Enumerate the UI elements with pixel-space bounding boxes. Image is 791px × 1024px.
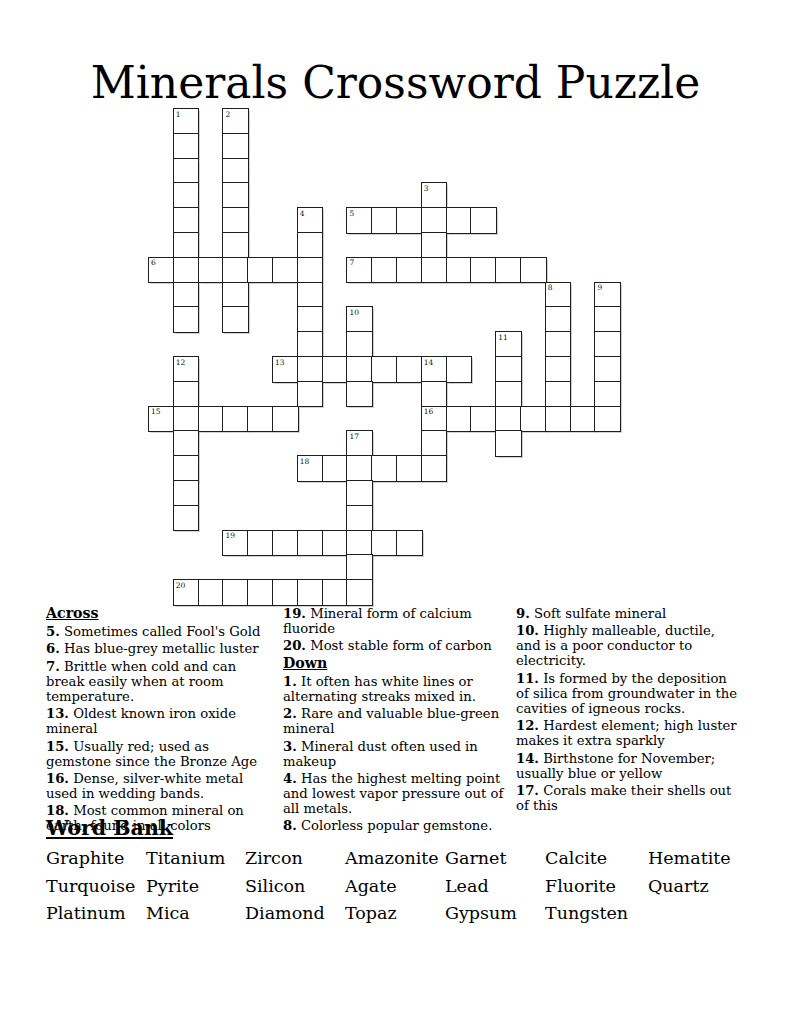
grid-cell[interactable] xyxy=(173,158,200,185)
word-bank-word: Diamond xyxy=(245,904,345,923)
grid-cell[interactable] xyxy=(545,406,572,433)
crossword-worksheet: { "page": { "title": "Minerals Crossword… xyxy=(0,0,791,1024)
crossword-grid: 1234567891011121314151617181920 xyxy=(148,108,622,607)
grid-cell[interactable] xyxy=(421,232,448,259)
down-clue-12: 12. Hardest element; high luster makes i… xyxy=(516,718,740,748)
clue-number-label: 12. xyxy=(516,718,539,733)
cell-number: 10 xyxy=(349,309,359,317)
clue-number-label: 6. xyxy=(46,641,60,656)
clue-number-label: 4. xyxy=(283,771,297,786)
word-bank-word: Turquoise xyxy=(46,877,146,896)
page-title: Minerals Crossword Puzzle xyxy=(0,57,791,108)
word-bank-word: Agate xyxy=(345,877,445,896)
across-clue-16: 16. Dense, silver-white metal used in we… xyxy=(46,771,274,801)
grid-cell[interactable] xyxy=(322,579,349,606)
grid-cell[interactable] xyxy=(346,505,373,532)
cell-number: 8 xyxy=(548,284,553,292)
word-bank-word: Gypsum xyxy=(445,904,545,923)
down-clue-2: 2. Rare and valuable blue-green mineral xyxy=(283,706,505,736)
clue-number-label: 14. xyxy=(516,751,539,766)
clue-number-label: 9. xyxy=(516,606,530,621)
grid-cell[interactable] xyxy=(421,207,448,234)
grid-cell[interactable] xyxy=(272,257,299,284)
grid-cell[interactable] xyxy=(173,182,200,209)
word-bank-word: Calcite xyxy=(545,849,648,868)
clue-number-label: 16. xyxy=(46,771,69,786)
grid-cell[interactable] xyxy=(520,257,547,284)
grid-cell[interactable] xyxy=(297,381,324,408)
grid-cell[interactable] xyxy=(396,530,423,557)
grid-cell[interactable] xyxy=(346,331,373,358)
across-clue-19: 19. Mineral form of calcium fluoride xyxy=(283,606,505,636)
grid-cell[interactable] xyxy=(495,257,522,284)
grid-cell[interactable] xyxy=(346,480,373,507)
grid-cell[interactable] xyxy=(421,430,448,457)
clue-column-3: 9. Soft sulfate mineral10. Highly mallea… xyxy=(516,606,740,815)
word-bank-word: Platinum xyxy=(46,904,146,923)
grid-cell[interactable] xyxy=(396,356,423,383)
grid-cell[interactable] xyxy=(346,381,373,408)
grid-cell[interactable] xyxy=(173,257,200,284)
grid-cell[interactable] xyxy=(297,306,324,333)
cell-number: 13 xyxy=(275,359,285,367)
grid-cell[interactable] xyxy=(222,579,249,606)
grid-cell[interactable] xyxy=(421,257,448,284)
grid-cell[interactable] xyxy=(297,232,324,259)
clue-number-label: 11. xyxy=(516,671,539,686)
grid-cell[interactable] xyxy=(173,455,200,482)
grid-cell[interactable] xyxy=(247,530,274,557)
cell-number: 19 xyxy=(225,532,235,540)
clue-number-label: 2. xyxy=(283,706,297,721)
word-bank-heading: Word Bank xyxy=(46,816,771,840)
word-bank-word: Titanium xyxy=(146,849,245,868)
grid-cell[interactable] xyxy=(346,356,373,383)
grid-cell[interactable] xyxy=(272,406,299,433)
word-bank-word: Zircon xyxy=(245,849,345,868)
grid-cell[interactable] xyxy=(222,282,249,309)
grid-cell[interactable] xyxy=(594,381,621,408)
word-bank-word: Hematite xyxy=(648,849,743,868)
grid-cell[interactable] xyxy=(297,282,324,309)
grid-cell[interactable] xyxy=(520,406,547,433)
grid-cell[interactable] xyxy=(222,133,249,160)
grid-cell[interactable] xyxy=(545,331,572,358)
clue-number-label: 10. xyxy=(516,623,539,638)
grid-cell[interactable] xyxy=(495,381,522,408)
grid-cell[interactable] xyxy=(173,430,200,457)
cell-number: 11 xyxy=(498,334,508,342)
grid-cell[interactable] xyxy=(222,306,249,333)
grid-cell[interactable] xyxy=(173,282,200,309)
grid-cell[interactable] xyxy=(346,455,373,482)
word-bank-word: Graphite xyxy=(46,849,146,868)
word-bank-word: Amazonite xyxy=(345,849,445,868)
cell-number: 17 xyxy=(349,433,359,441)
grid-cell[interactable] xyxy=(421,381,448,408)
grid-cell[interactable] xyxy=(222,207,249,234)
grid-cell[interactable] xyxy=(421,455,448,482)
cell-number: 14 xyxy=(424,359,434,367)
word-bank-word: Pyrite xyxy=(146,877,245,896)
word-bank-word: Tungsten xyxy=(545,904,648,923)
clue-number-label: 3. xyxy=(283,739,297,754)
cell-number: 5 xyxy=(349,210,354,218)
grid-cell[interactable] xyxy=(173,406,200,433)
grid-cell[interactable] xyxy=(247,579,274,606)
word-bank-section: Word Bank GraphiteTitaniumZirconAmazonit… xyxy=(46,816,771,923)
cell-number: 12 xyxy=(176,359,186,367)
down-clue-4: 4. Has the highest melting point and low… xyxy=(283,771,505,816)
grid-cell[interactable] xyxy=(247,257,274,284)
across-clue-5: 5. Sometimes called Fool's Gold xyxy=(46,624,274,639)
word-bank-grid: GraphiteTitaniumZirconAmazoniteGarnetCal… xyxy=(46,849,771,923)
grid-cell[interactable] xyxy=(545,356,572,383)
grid-cell[interactable] xyxy=(545,381,572,408)
grid-cell[interactable] xyxy=(346,530,373,557)
down-clue-17: 17. Corals make their shells out of this xyxy=(516,783,740,813)
clue-number-label: 19. xyxy=(283,606,306,621)
grid-cell[interactable] xyxy=(446,356,473,383)
grid-cell[interactable] xyxy=(198,406,225,433)
grid-cell[interactable] xyxy=(297,257,324,284)
grid-cell[interactable] xyxy=(346,579,373,606)
grid-cell[interactable] xyxy=(594,406,621,433)
clue-number-label: 7. xyxy=(46,659,60,674)
down-clue-14: 14. Birthstone for November; usually blu… xyxy=(516,751,740,781)
grid-cell[interactable] xyxy=(495,430,522,457)
grid-cell[interactable] xyxy=(446,406,473,433)
grid-cell[interactable] xyxy=(322,530,349,557)
grid-cell[interactable] xyxy=(396,207,423,234)
word-bank-word: Mica xyxy=(146,904,245,923)
grid-cell[interactable] xyxy=(371,455,398,482)
across-clue-7: 7. Brittle when cold and can break easil… xyxy=(46,659,274,704)
clue-column-2: 19. Mineral form of calcium fluoride20. … xyxy=(283,606,505,836)
down-clue-3: 3. Mineral dust often used in makeup xyxy=(283,739,505,769)
grid-cell[interactable] xyxy=(198,579,225,606)
cell-number: 6 xyxy=(151,259,156,267)
grid-cell[interactable] xyxy=(173,505,200,532)
grid-cell[interactable] xyxy=(297,331,324,358)
grid-cell[interactable] xyxy=(396,455,423,482)
grid-cell[interactable] xyxy=(222,232,249,259)
grid-cell[interactable] xyxy=(570,406,597,433)
grid-cell[interactable] xyxy=(198,257,225,284)
word-bank-word: Fluorite xyxy=(545,877,648,896)
down-clue-1: 1. It often has white lines or alternati… xyxy=(283,674,505,704)
grid-cell[interactable] xyxy=(272,579,299,606)
grid-cell[interactable] xyxy=(594,356,621,383)
grid-cell[interactable] xyxy=(470,207,497,234)
cell-number: 9 xyxy=(597,284,602,292)
grid-cell[interactable] xyxy=(222,257,249,284)
grid-cell[interactable] xyxy=(594,306,621,333)
clue-number-label: 13. xyxy=(46,706,69,721)
cell-number: 16 xyxy=(424,408,434,416)
cell-number: 20 xyxy=(176,582,186,590)
grid-cell[interactable] xyxy=(446,207,473,234)
across-clue-15: 15. Usually red; used as gemstone since … xyxy=(46,739,274,769)
grid-cell[interactable] xyxy=(470,257,497,284)
grid-cell[interactable] xyxy=(297,530,324,557)
grid-cell[interactable] xyxy=(173,381,200,408)
cell-number: 3 xyxy=(424,185,429,193)
grid-cell[interactable] xyxy=(222,158,249,185)
grid-cell[interactable] xyxy=(247,406,274,433)
clue-column-1: Across5. Sometimes called Fool's Gold6. … xyxy=(46,606,274,836)
across-clue-6: 6. Has blue-grey metallic luster xyxy=(46,641,274,656)
word-bank-word: Quartz xyxy=(648,877,743,896)
across-heading: Across xyxy=(46,606,274,621)
clue-number-label: 1. xyxy=(283,674,297,689)
grid-cell[interactable] xyxy=(222,182,249,209)
clue-number-label: 15. xyxy=(46,739,69,754)
down-clue-10: 10. Highly malleable, ductile, and is a … xyxy=(516,623,740,668)
grid-cell[interactable] xyxy=(173,207,200,234)
grid-cell[interactable] xyxy=(346,554,373,581)
grid-cell[interactable] xyxy=(545,306,572,333)
grid-cell[interactable] xyxy=(371,257,398,284)
grid-cell[interactable] xyxy=(173,232,200,259)
clue-number-label: 20. xyxy=(283,638,306,653)
down-heading: Down xyxy=(283,656,505,671)
grid-cell[interactable] xyxy=(322,455,349,482)
grid-cell[interactable] xyxy=(297,579,324,606)
cell-number: 7 xyxy=(349,259,354,267)
across-clue-20: 20. Most stable form of carbon xyxy=(283,638,505,653)
grid-cell[interactable] xyxy=(396,257,423,284)
grid-cell[interactable] xyxy=(470,406,497,433)
grid-cell[interactable] xyxy=(322,356,349,383)
clue-number-label: 5. xyxy=(46,624,60,639)
grid-cell[interactable] xyxy=(173,133,200,160)
grid-cell[interactable] xyxy=(446,257,473,284)
cell-number: 18 xyxy=(300,458,310,466)
grid-cell[interactable] xyxy=(495,356,522,383)
down-clue-11: 11. Is formed by the deposition of silic… xyxy=(516,671,740,716)
grid-cell[interactable] xyxy=(173,306,200,333)
word-bank-word: Topaz xyxy=(345,904,445,923)
grid-cell[interactable] xyxy=(222,406,249,433)
cell-number: 15 xyxy=(151,408,161,416)
grid-cell[interactable] xyxy=(371,207,398,234)
word-bank-word: Silicon xyxy=(245,877,345,896)
grid-cell[interactable] xyxy=(594,331,621,358)
grid-cell[interactable] xyxy=(272,530,299,557)
down-clue-9: 9. Soft sulfate mineral xyxy=(516,606,740,621)
grid-cell[interactable] xyxy=(371,530,398,557)
clue-number-label: 17. xyxy=(516,783,539,798)
cell-number: 2 xyxy=(225,111,230,119)
cell-number: 4 xyxy=(300,210,305,218)
cell-number: 1 xyxy=(176,111,181,119)
grid-cell[interactable] xyxy=(371,356,398,383)
grid-cell[interactable] xyxy=(173,480,200,507)
word-bank-word: Garnet xyxy=(445,849,545,868)
grid-cell[interactable] xyxy=(297,356,324,383)
word-bank-word: Lead xyxy=(445,877,545,896)
grid-cell[interactable] xyxy=(495,406,522,433)
across-clue-13: 13. Oldest known iron oxide mineral xyxy=(46,706,274,736)
